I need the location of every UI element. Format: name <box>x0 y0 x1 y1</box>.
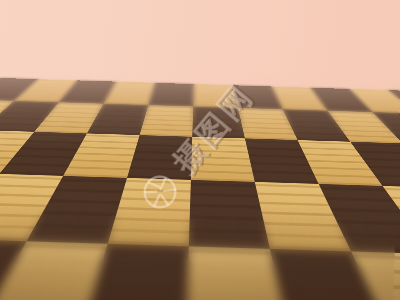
board-square <box>192 106 245 138</box>
checkerboard-blur-copy <box>0 0 400 93</box>
depth-of-field-blur-layer <box>0 0 400 300</box>
board-square <box>193 84 238 108</box>
board-square <box>140 105 194 137</box>
board-square <box>127 135 192 180</box>
stock-photo-empty-checkerboard: 摄图网 <box>0 0 400 300</box>
board-square <box>148 83 194 107</box>
